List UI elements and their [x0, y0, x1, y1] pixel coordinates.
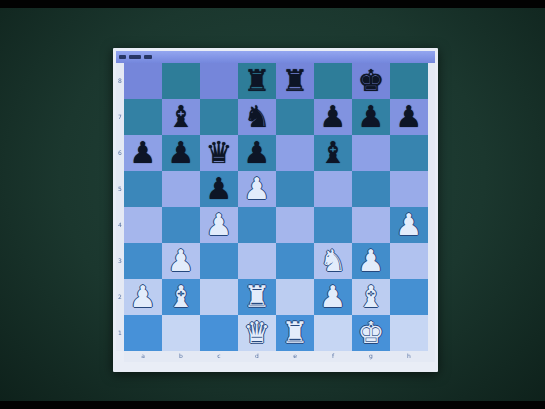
square-h4[interactable]: ♟	[390, 207, 428, 243]
square-e5[interactable]	[276, 171, 314, 207]
file-label-f: f	[314, 351, 352, 362]
video-frame: 87654321 ♜♜♚♝♞♟♟♟♟♟♛♟♝♟♟♟♟♟♞♟♟♝♜♟♝♛♜♚ ab…	[0, 0, 545, 409]
square-d1[interactable]: ♛	[238, 315, 276, 351]
square-c7[interactable]	[200, 99, 238, 135]
square-b3[interactable]: ♟	[162, 243, 200, 279]
square-e2[interactable]	[276, 279, 314, 315]
white-pawn-piece: ♟	[206, 207, 233, 243]
black-pawn-piece: ♟	[244, 135, 271, 171]
square-g1[interactable]: ♚	[352, 315, 390, 351]
black-pawn-piece: ♟	[358, 99, 385, 135]
rank-label-6: 6	[116, 135, 124, 171]
square-h2[interactable]	[390, 279, 428, 315]
square-b8[interactable]	[162, 63, 200, 99]
square-h7[interactable]: ♟	[390, 99, 428, 135]
square-e6[interactable]	[276, 135, 314, 171]
square-a2[interactable]: ♟	[124, 279, 162, 315]
square-f4[interactable]	[314, 207, 352, 243]
rank-labels: 87654321	[116, 63, 124, 351]
rank-label-1: 1	[116, 315, 124, 351]
titlebar-text-illegible	[144, 55, 152, 59]
rank-label-5: 5	[116, 171, 124, 207]
white-bishop-piece: ♝	[358, 279, 385, 315]
black-knight-piece: ♞	[244, 99, 271, 135]
projection-screen: 87654321 ♜♜♚♝♞♟♟♟♟♟♛♟♝♟♟♟♟♟♞♟♟♝♜♟♝♛♜♚ ab…	[0, 8, 545, 401]
square-d8[interactable]: ♜	[238, 63, 276, 99]
file-label-d: d	[238, 351, 276, 362]
square-g5[interactable]	[352, 171, 390, 207]
square-d3[interactable]	[238, 243, 276, 279]
black-bishop-piece: ♝	[168, 99, 195, 135]
titlebar-text-illegible	[119, 55, 126, 59]
square-b7[interactable]: ♝	[162, 99, 200, 135]
board-right-margin	[428, 63, 435, 351]
square-h5[interactable]	[390, 171, 428, 207]
square-f6[interactable]: ♝	[314, 135, 352, 171]
black-queen-piece: ♛	[206, 135, 233, 171]
rank-label-4: 4	[116, 207, 124, 243]
square-a5[interactable]	[124, 171, 162, 207]
white-pawn-piece: ♟	[130, 279, 157, 315]
square-b6[interactable]: ♟	[162, 135, 200, 171]
white-pawn-piece: ♟	[168, 243, 195, 279]
square-d7[interactable]: ♞	[238, 99, 276, 135]
white-pawn-piece: ♟	[396, 207, 423, 243]
square-c3[interactable]	[200, 243, 238, 279]
square-b5[interactable]	[162, 171, 200, 207]
chess-board: ♜♜♚♝♞♟♟♟♟♟♛♟♝♟♟♟♟♟♞♟♟♝♜♟♝♛♜♚	[124, 63, 428, 351]
square-d6[interactable]: ♟	[238, 135, 276, 171]
square-f3[interactable]: ♞	[314, 243, 352, 279]
square-e8[interactable]: ♜	[276, 63, 314, 99]
white-pawn-piece: ♟	[244, 171, 271, 207]
square-g3[interactable]: ♟	[352, 243, 390, 279]
square-a7[interactable]	[124, 99, 162, 135]
square-f5[interactable]	[314, 171, 352, 207]
square-b4[interactable]	[162, 207, 200, 243]
square-g2[interactable]: ♝	[352, 279, 390, 315]
white-queen-piece: ♛	[244, 315, 271, 351]
white-bishop-piece: ♝	[168, 279, 195, 315]
square-e4[interactable]	[276, 207, 314, 243]
square-h6[interactable]	[390, 135, 428, 171]
square-c5[interactable]: ♟	[200, 171, 238, 207]
file-labels: abcdefgh	[124, 351, 435, 362]
square-g7[interactable]: ♟	[352, 99, 390, 135]
square-g4[interactable]	[352, 207, 390, 243]
file-label-g: g	[352, 351, 390, 362]
black-rook-piece: ♜	[282, 63, 309, 99]
square-d4[interactable]	[238, 207, 276, 243]
white-knight-piece: ♞	[320, 243, 347, 279]
white-pawn-piece: ♟	[358, 243, 385, 279]
square-c2[interactable]	[200, 279, 238, 315]
file-label-c: c	[200, 351, 238, 362]
square-d2[interactable]: ♜	[238, 279, 276, 315]
white-pawn-piece: ♟	[320, 279, 347, 315]
square-a6[interactable]: ♟	[124, 135, 162, 171]
chess-app-window: 87654321 ♜♜♚♝♞♟♟♟♟♟♛♟♝♟♟♟♟♟♞♟♟♝♜♟♝♛♜♚ ab…	[113, 48, 438, 372]
file-label-e: e	[276, 351, 314, 362]
white-rook-piece: ♜	[282, 315, 309, 351]
square-g6[interactable]	[352, 135, 390, 171]
square-e7[interactable]	[276, 99, 314, 135]
black-pawn-piece: ♟	[168, 135, 195, 171]
square-e3[interactable]	[276, 243, 314, 279]
black-pawn-piece: ♟	[206, 171, 233, 207]
square-h1[interactable]	[390, 315, 428, 351]
black-pawn-piece: ♟	[396, 99, 423, 135]
square-a8[interactable]	[124, 63, 162, 99]
square-c8[interactable]	[200, 63, 238, 99]
file-label-b: b	[162, 351, 200, 362]
square-f2[interactable]: ♟	[314, 279, 352, 315]
letterbox-top	[0, 0, 545, 8]
square-d5[interactable]: ♟	[238, 171, 276, 207]
square-h3[interactable]	[390, 243, 428, 279]
square-f7[interactable]: ♟	[314, 99, 352, 135]
titlebar-text-illegible	[129, 55, 141, 59]
black-pawn-piece: ♟	[320, 99, 347, 135]
square-f1[interactable]	[314, 315, 352, 351]
rank-label-7: 7	[116, 99, 124, 135]
square-g8[interactable]: ♚	[352, 63, 390, 99]
square-e1[interactable]: ♜	[276, 315, 314, 351]
square-b1[interactable]	[162, 315, 200, 351]
white-king-piece: ♚	[358, 315, 385, 351]
black-pawn-piece: ♟	[130, 135, 157, 171]
square-a3[interactable]	[124, 243, 162, 279]
square-c4[interactable]: ♟	[200, 207, 238, 243]
black-bishop-piece: ♝	[320, 135, 347, 171]
square-a4[interactable]	[124, 207, 162, 243]
file-label-a: a	[124, 351, 162, 362]
file-label-h: h	[390, 351, 428, 362]
window-titlebar[interactable]	[116, 51, 435, 63]
square-h8[interactable]	[390, 63, 428, 99]
letterbox-bottom	[0, 401, 545, 409]
rank-label-2: 2	[116, 279, 124, 315]
black-king-piece: ♚	[358, 63, 385, 99]
square-b2[interactable]: ♝	[162, 279, 200, 315]
square-c1[interactable]	[200, 315, 238, 351]
square-a1[interactable]	[124, 315, 162, 351]
rank-label-3: 3	[116, 243, 124, 279]
square-f8[interactable]	[314, 63, 352, 99]
black-rook-piece: ♜	[244, 63, 271, 99]
square-c6[interactable]: ♛	[200, 135, 238, 171]
rank-label-8: 8	[116, 63, 124, 99]
white-rook-piece: ♜	[244, 279, 271, 315]
